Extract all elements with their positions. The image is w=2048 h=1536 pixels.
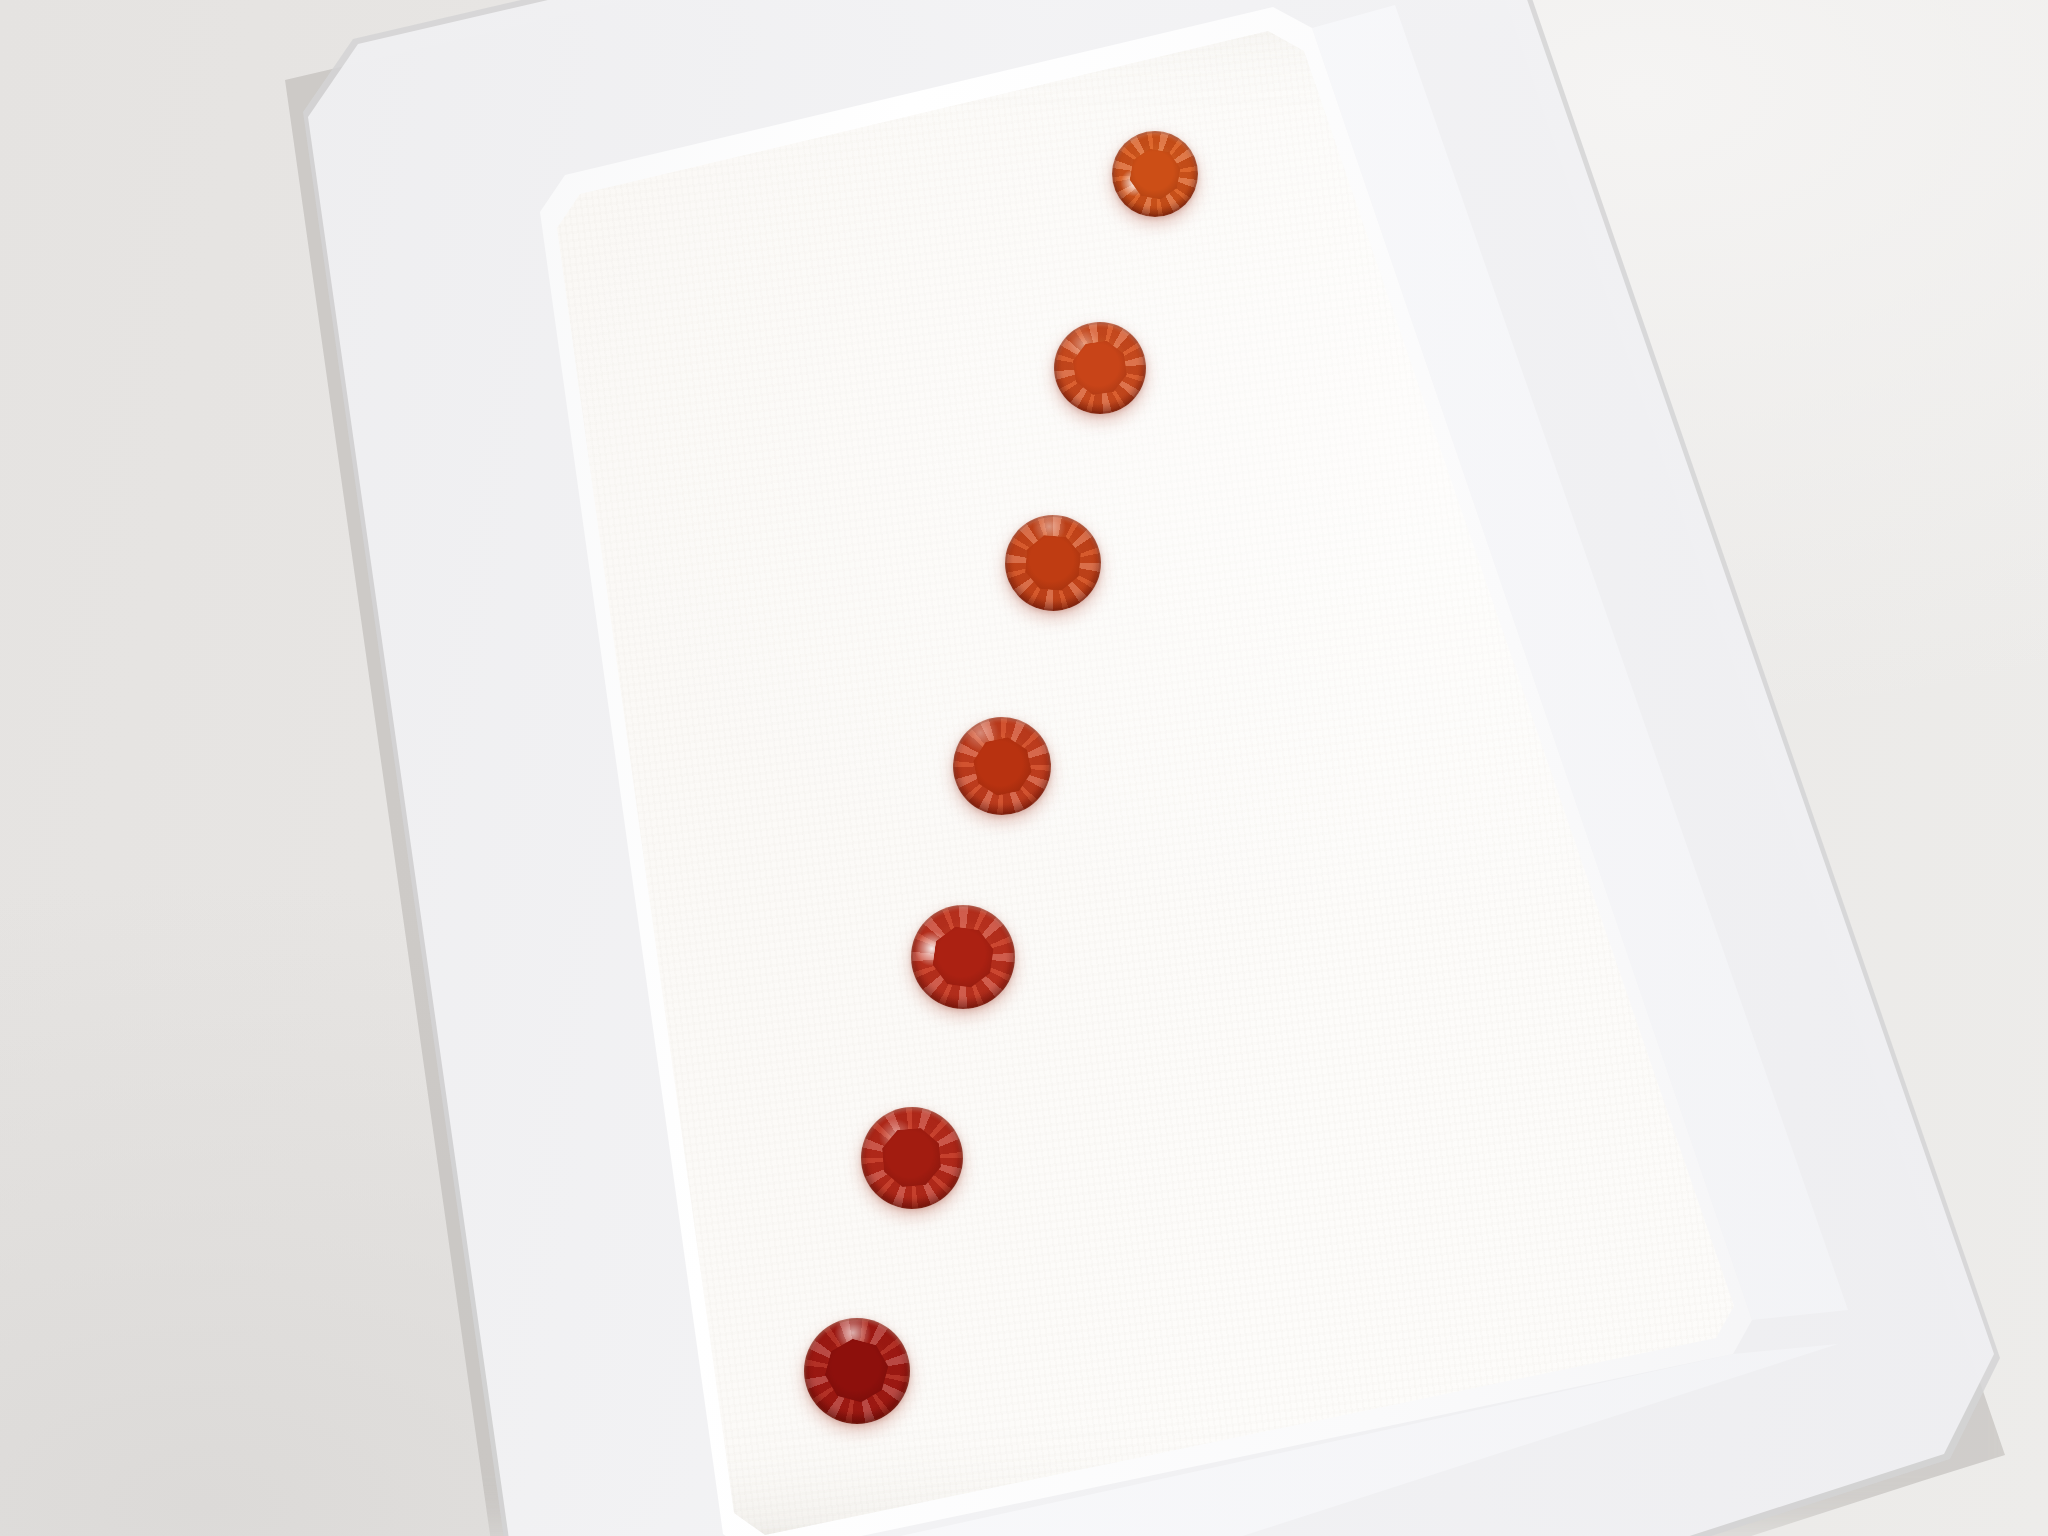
gem-5 (911, 905, 1015, 1009)
photo-scene (0, 0, 2048, 1536)
gem-3 (1005, 515, 1101, 611)
gem-6 (861, 1107, 963, 1209)
gem-1 (1112, 131, 1198, 217)
gem-tray (0, 0, 2048, 1536)
gem-7 (804, 1318, 910, 1424)
gem-4 (953, 717, 1051, 815)
gem-2 (1054, 322, 1146, 414)
